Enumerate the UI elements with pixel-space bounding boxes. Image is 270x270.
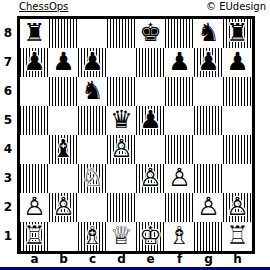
square-a3: [20, 164, 49, 193]
black-pawn-f7: ♟: [165, 48, 194, 77]
square-c1: ♗: [78, 222, 107, 251]
white-bishop-f1: ♗: [165, 222, 194, 251]
square-f7: ♟: [165, 48, 194, 77]
white-pawn-e3: ♙: [136, 164, 165, 193]
square-f6: [165, 77, 194, 106]
square-b1: [49, 222, 78, 251]
square-a6: [20, 77, 49, 106]
square-f1: ♗: [165, 222, 194, 251]
square-b5: [49, 106, 78, 135]
white-rook-a1: ♖: [20, 222, 49, 251]
square-d4: ♙: [107, 135, 136, 164]
square-h6: [223, 77, 252, 106]
square-g1: [194, 222, 223, 251]
rank-label-6: 6: [0, 77, 16, 106]
black-pawn-g7: ♟: [194, 48, 223, 77]
square-h1: ♖: [223, 222, 252, 251]
file-label-h: h: [223, 252, 252, 266]
black-king-e8: ♚: [136, 19, 165, 48]
square-e3: ♙: [136, 164, 165, 193]
square-b8: [49, 19, 78, 48]
square-h4: [223, 135, 252, 164]
square-d2: [107, 193, 136, 222]
square-f8: [165, 19, 194, 48]
square-e7: [136, 48, 165, 77]
square-a1: ♖: [20, 222, 49, 251]
square-g7: ♟: [194, 48, 223, 77]
white-rook-h1: ♖: [223, 222, 252, 251]
square-c6: ♞: [78, 77, 107, 106]
black-pawn-a7: ♟: [20, 48, 49, 77]
square-d7: [107, 48, 136, 77]
square-c5: [78, 106, 107, 135]
chessops-diagram: ChessOps © EUdesign 87654321 ♜♚♞♜♟♟♟♟♟♟♞…: [0, 0, 270, 270]
black-rook-h8: ♜: [223, 19, 252, 48]
square-g5: [194, 106, 223, 135]
white-bishop-c1: ♗: [78, 222, 107, 251]
square-a4: [20, 135, 49, 164]
square-g8: ♞: [194, 19, 223, 48]
square-f5: [165, 106, 194, 135]
white-pawn-a2: ♙: [20, 193, 49, 222]
square-g3: [194, 164, 223, 193]
black-knight-c6: ♞: [78, 77, 107, 106]
rank-label-7: 7: [0, 48, 16, 77]
square-f2: [165, 193, 194, 222]
square-h3: [223, 164, 252, 193]
square-e1: ♔: [136, 222, 165, 251]
square-h8: ♜: [223, 19, 252, 48]
square-h7: ♟: [223, 48, 252, 77]
white-pawn-h2: ♙: [223, 193, 252, 222]
square-c3: ♘: [78, 164, 107, 193]
white-pawn-f3: ♙: [165, 164, 194, 193]
square-g2: ♙: [194, 193, 223, 222]
square-d5: ♛: [107, 106, 136, 135]
square-g4: [194, 135, 223, 164]
square-e2: [136, 193, 165, 222]
square-h5: [223, 106, 252, 135]
square-d1: ♕: [107, 222, 136, 251]
square-c4: [78, 135, 107, 164]
file-label-g: g: [194, 252, 223, 266]
square-b4: ♝: [49, 135, 78, 164]
square-g6: [194, 77, 223, 106]
credit-text: © EUdesign: [206, 1, 266, 12]
square-a2: ♙: [20, 193, 49, 222]
black-pawn-b7: ♟: [49, 48, 78, 77]
square-h2: ♙: [223, 193, 252, 222]
square-c2: [78, 193, 107, 222]
white-queen-d1: ♕: [107, 222, 136, 251]
rank-label-3: 3: [0, 164, 16, 193]
rank-label-8: 8: [0, 19, 16, 48]
white-pawn-d4: ♙: [107, 135, 136, 164]
square-a5: [20, 106, 49, 135]
rank-label-4: 4: [0, 135, 16, 164]
square-e4: [136, 135, 165, 164]
file-label-d: d: [107, 252, 136, 266]
square-b3: [49, 164, 78, 193]
square-a7: ♟: [20, 48, 49, 77]
square-f4: [165, 135, 194, 164]
square-a8: ♜: [20, 19, 49, 48]
black-pawn-h7: ♟: [223, 48, 252, 77]
black-knight-g8: ♞: [194, 19, 223, 48]
header: ChessOps © EUdesign: [0, 0, 270, 15]
black-pawn-c7: ♟: [78, 48, 107, 77]
square-e6: [136, 77, 165, 106]
square-b2: ♙: [49, 193, 78, 222]
square-d6: [107, 77, 136, 106]
board: ♜♚♞♜♟♟♟♟♟♟♞♛♟♝♙♘♙♙♙♙♙♙♖♗♕♔♗♖: [17, 16, 255, 254]
square-b7: ♟: [49, 48, 78, 77]
black-pawn-e5: ♟: [136, 106, 165, 135]
square-c8: [78, 19, 107, 48]
black-bishop-b4: ♝: [49, 135, 78, 164]
rank-labels: 87654321: [0, 19, 16, 251]
square-b6: [49, 77, 78, 106]
file-label-b: b: [49, 252, 78, 266]
white-pawn-b2: ♙: [49, 193, 78, 222]
file-label-a: a: [20, 252, 49, 266]
white-king-e1: ♔: [136, 222, 165, 251]
square-f3: ♙: [165, 164, 194, 193]
white-knight-c3: ♘: [78, 164, 107, 193]
black-queen-d5: ♛: [107, 106, 136, 135]
file-label-e: e: [136, 252, 165, 266]
black-rook-a8: ♜: [20, 19, 49, 48]
file-labels: abcdefgh: [20, 252, 252, 266]
rank-label-1: 1: [0, 222, 16, 251]
rank-label-5: 5: [0, 106, 16, 135]
rank-label-2: 2: [0, 193, 16, 222]
square-c7: ♟: [78, 48, 107, 77]
square-d8: [107, 19, 136, 48]
file-label-f: f: [165, 252, 194, 266]
file-label-c: c: [78, 252, 107, 266]
white-pawn-g2: ♙: [194, 193, 223, 222]
square-e8: ♚: [136, 19, 165, 48]
square-e5: ♟: [136, 106, 165, 135]
chessops-title-link[interactable]: ChessOps: [19, 1, 68, 12]
square-d3: [107, 164, 136, 193]
